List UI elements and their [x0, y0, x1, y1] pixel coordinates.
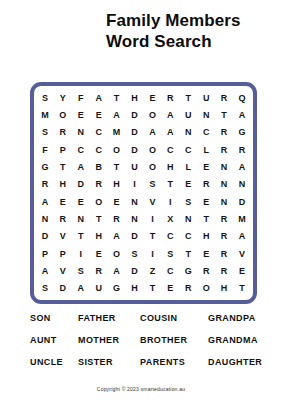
grid-cell-r3c9[interactable]: N [179, 124, 197, 141]
grid-cell-r11c6[interactable]: D [126, 262, 144, 279]
word-list: SONFATHERCOUSINGRANDPAAUNTMOTHERBROTHERG… [30, 313, 262, 379]
grid-cell-r2c8[interactable]: A [161, 106, 179, 123]
grid-cell-r8c2[interactable]: R [54, 210, 72, 227]
grid-cell-r10c3[interactable]: I [72, 245, 90, 262]
grid-cell-r11c9[interactable]: G [179, 262, 197, 279]
grid-cell-r5c12[interactable]: A [233, 158, 251, 175]
grid-cell-r3c6[interactable]: D [126, 124, 144, 141]
page-title-line-1: Family Members [106, 10, 241, 31]
grid-cell-r1c11[interactable]: R [215, 89, 233, 106]
grid-cell-r1c2[interactable]: Y [54, 89, 72, 106]
grid-cell-r10c8[interactable]: S [161, 245, 179, 262]
grid-cell-r11c11[interactable]: R [215, 262, 233, 279]
grid-cell-r11c10[interactable]: R [197, 262, 215, 279]
grid-cell-r11c12[interactable]: E [233, 262, 251, 279]
grid-cell-r10c4[interactable]: E [90, 245, 108, 262]
grid-cell-r2c2[interactable]: O [54, 106, 72, 123]
grid-cell-r8c8[interactable]: X [161, 210, 179, 227]
word-sister: SISTER [78, 357, 140, 379]
grid-cell-r1c8[interactable]: R [161, 89, 179, 106]
grid-cell-r6c2[interactable]: H [54, 176, 72, 193]
grid-cell-r6c5[interactable]: H [108, 176, 126, 193]
grid-cell-r12c8[interactable]: E [161, 280, 179, 297]
grid-cell-r9c4[interactable]: H [90, 228, 108, 245]
word-daughter: DAUGHTER [208, 357, 262, 379]
grid-cell-r8c10[interactable]: T [197, 210, 215, 227]
grid-cell-r4c9[interactable]: C [179, 141, 197, 158]
grid-cell-r7c1[interactable]: A [36, 193, 54, 210]
word-mother: MOTHER [78, 335, 140, 357]
word-cousin: COUSIN [140, 313, 208, 335]
grid-cell-r5c8[interactable]: H [161, 158, 179, 175]
word-grandma: GRANDMA [208, 335, 262, 357]
grid-cell-r11c5[interactable]: A [108, 262, 126, 279]
grid-cell-r4c8[interactable]: C [161, 141, 179, 158]
grid-cell-r12c9[interactable]: R [179, 280, 197, 297]
grid-cell-r5c6[interactable]: U [126, 158, 144, 175]
grid-cell-r9c12[interactable]: A [233, 228, 251, 245]
grid-cell-r9c10[interactable]: H [197, 228, 215, 245]
grid-cell-r2c1[interactable]: M [36, 106, 54, 123]
grid-cell-r11c4[interactable]: R [90, 262, 108, 279]
grid-cell-r11c1[interactable]: A [36, 262, 54, 279]
grid-cell-r7c3[interactable]: E [72, 193, 90, 210]
grid-cell-r2c9[interactable]: U [179, 106, 197, 123]
grid-cell-r1c7[interactable]: E [143, 89, 161, 106]
grid-cell-r5c9[interactable]: L [179, 158, 197, 175]
grid-cell-r1c10[interactable]: U [197, 89, 215, 106]
grid-cell-r12c1[interactable]: S [36, 280, 54, 297]
copyright-footer: Copyright © 2023 smarteducation.au [0, 386, 282, 392]
grid-cell-r3c8[interactable]: A [161, 124, 179, 141]
word-aunt: AUNT [30, 335, 78, 357]
grid-cell-r10c6[interactable]: S [126, 245, 144, 262]
grid-cell-r6c10[interactable]: R [197, 176, 215, 193]
grid-cell-r8c1[interactable]: N [36, 210, 54, 227]
grid-cell-r1c1[interactable]: S [36, 89, 54, 106]
grid-cell-r9c11[interactable]: R [215, 228, 233, 245]
grid-cell-r12c4[interactable]: U [90, 280, 108, 297]
grid-cell-r5c3[interactable]: A [72, 158, 90, 175]
word-uncle: UNCLE [30, 357, 78, 379]
grid-cell-r6c4[interactable]: R [90, 176, 108, 193]
grid-cell-r3c3[interactable]: N [72, 124, 90, 141]
grid-cell-r1c12[interactable]: Q [233, 89, 251, 106]
grid-cell-r12c11[interactable]: H [215, 280, 233, 297]
grid-cell-r4c5[interactable]: O [108, 141, 126, 158]
grid-cell-r6c3[interactable]: D [72, 176, 90, 193]
grid-cell-r10c7[interactable]: I [143, 245, 161, 262]
grid-cell-r9c9[interactable]: C [179, 228, 197, 245]
grid-cell-r6c1[interactable]: R [36, 176, 54, 193]
grid-cell-r7c4[interactable]: O [90, 193, 108, 210]
word-father: FATHER [78, 313, 140, 335]
grid-cell-r1c4[interactable]: A [90, 89, 108, 106]
grid-cell-r8c5[interactable]: R [108, 210, 126, 227]
grid-cell-r12c12[interactable]: T [233, 280, 251, 297]
grid-cell-r8c12[interactable]: M [233, 210, 251, 227]
grid-cell-r3c7[interactable]: A [143, 124, 161, 141]
grid-cell-r10c2[interactable]: P [54, 245, 72, 262]
grid-cell-r8c6[interactable]: N [126, 210, 144, 227]
grid-cell-r7c8[interactable]: I [161, 193, 179, 210]
grid-cell-r7c2[interactable]: E [54, 193, 72, 210]
grid-cell-r9c1[interactable]: D [36, 228, 54, 245]
grid-cell-r1c5[interactable]: T [108, 89, 126, 106]
word-search-board: SYFATHERTURQMOEEADOAUNTASRNCMDAANCRGFPCC… [30, 82, 257, 304]
grid-cell-r12c5[interactable]: G [108, 280, 126, 297]
grid-cell-r6c9[interactable]: E [179, 176, 197, 193]
grid-cell-r12c10[interactable]: O [197, 280, 215, 297]
grid-cell-r4c11[interactable]: R [215, 141, 233, 158]
grid-cell-r2c3[interactable]: E [72, 106, 90, 123]
grid-cell-r9c7[interactable]: T [143, 228, 161, 245]
grid-cell-r3c2[interactable]: R [54, 124, 72, 141]
grid-cell-r5c2[interactable]: T [54, 158, 72, 175]
grid-cell-r3c4[interactable]: C [90, 124, 108, 141]
grid-cell-r12c6[interactable]: H [126, 280, 144, 297]
grid-cell-r9c8[interactable]: C [161, 228, 179, 245]
grid-cell-r2c11[interactable]: T [215, 106, 233, 123]
grid-cell-r3c11[interactable]: R [215, 124, 233, 141]
grid-cell-r5c4[interactable]: B [90, 158, 108, 175]
grid-cell-r11c3[interactable]: S [72, 262, 90, 279]
grid-cell-r11c8[interactable]: C [161, 262, 179, 279]
grid-cell-r10c12[interactable]: V [233, 245, 251, 262]
word-brother: BROTHER [140, 335, 208, 357]
grid-cell-r8c3[interactable]: N [72, 210, 90, 227]
grid-cell-r9c2[interactable]: V [54, 228, 72, 245]
letter-grid: SYFATHERTURQMOEEADOAUNTASRNCMDAANCRGFPCC… [36, 89, 251, 297]
grid-cell-r10c9[interactable]: T [179, 245, 197, 262]
grid-cell-r2c10[interactable]: N [197, 106, 215, 123]
grid-cell-r6c11[interactable]: N [215, 176, 233, 193]
grid-cell-r1c9[interactable]: T [179, 89, 197, 106]
grid-cell-r3c10[interactable]: C [197, 124, 215, 141]
grid-cell-r9c5[interactable]: A [108, 228, 126, 245]
grid-cell-r7c5[interactable]: E [108, 193, 126, 210]
grid-cell-r7c7[interactable]: V [143, 193, 161, 210]
grid-cell-r4c4[interactable]: C [90, 141, 108, 158]
grid-cell-r2c4[interactable]: E [90, 106, 108, 123]
grid-cell-r8c7[interactable]: I [143, 210, 161, 227]
grid-cell-r5c5[interactable]: T [108, 158, 126, 175]
grid-cell-r4c6[interactable]: D [126, 141, 144, 158]
grid-cell-r1c3[interactable]: F [72, 89, 90, 106]
grid-cell-r12c3[interactable]: A [72, 280, 90, 297]
grid-cell-r12c2[interactable]: D [54, 280, 72, 297]
grid-cell-r6c12[interactable]: N [233, 176, 251, 193]
word-parents: PARENTS [140, 357, 208, 379]
grid-cell-r5c10[interactable]: E [197, 158, 215, 175]
word-grandpa: GRANDPA [208, 313, 262, 335]
grid-cell-r5c7[interactable]: O [143, 158, 161, 175]
grid-cell-r3c12[interactable]: G [233, 124, 251, 141]
word-son: SON [30, 313, 78, 335]
grid-cell-r9c6[interactable]: D [126, 228, 144, 245]
grid-cell-r10c11[interactable]: R [215, 245, 233, 262]
grid-cell-r4c2[interactable]: P [54, 141, 72, 158]
grid-cell-r11c2[interactable]: V [54, 262, 72, 279]
grid-cell-r4c3[interactable]: C [72, 141, 90, 158]
grid-cell-r3c5[interactable]: M [108, 124, 126, 141]
grid-cell-r7c6[interactable]: N [126, 193, 144, 210]
grid-cell-r5c11[interactable]: N [215, 158, 233, 175]
grid-cell-r2c5[interactable]: A [108, 106, 126, 123]
page-title: Family Members Word Search [106, 10, 241, 52]
grid-cell-r4c10[interactable]: L [197, 141, 215, 158]
grid-cell-r8c11[interactable]: R [215, 210, 233, 227]
grid-cell-r6c6[interactable]: I [126, 176, 144, 193]
grid-cell-r12c7[interactable]: T [143, 280, 161, 297]
grid-cell-r3c1[interactable]: S [36, 124, 54, 141]
grid-cell-r2c6[interactable]: D [126, 106, 144, 123]
grid-cell-r1c6[interactable]: H [126, 89, 144, 106]
grid-cell-r8c4[interactable]: T [90, 210, 108, 227]
grid-cell-r10c10[interactable]: E [197, 245, 215, 262]
grid-cell-r5c1[interactable]: G [36, 158, 54, 175]
grid-cell-r8c9[interactable]: N [179, 210, 197, 227]
grid-cell-r4c1[interactable]: F [36, 141, 54, 158]
grid-cell-r6c7[interactable]: S [143, 176, 161, 193]
worksheet: Family Members Word Search SYFATHERTURQM… [0, 0, 282, 400]
grid-cell-r7c9[interactable]: S [179, 193, 197, 210]
grid-cell-r4c12[interactable]: R [233, 141, 251, 158]
grid-cell-r6c8[interactable]: T [161, 176, 179, 193]
grid-cell-r2c12[interactable]: A [233, 106, 251, 123]
page-title-line-2: Word Search [106, 31, 241, 52]
grid-cell-r7c10[interactable]: E [197, 193, 215, 210]
grid-cell-r2c7[interactable]: O [143, 106, 161, 123]
grid-cell-r11c7[interactable]: Z [143, 262, 161, 279]
grid-cell-r7c12[interactable]: D [233, 193, 251, 210]
grid-cell-r4c7[interactable]: O [143, 141, 161, 158]
grid-cell-r10c5[interactable]: O [108, 245, 126, 262]
grid-cell-r7c11[interactable]: N [215, 193, 233, 210]
grid-cell-r9c3[interactable]: T [72, 228, 90, 245]
grid-cell-r10c1[interactable]: P [36, 245, 54, 262]
